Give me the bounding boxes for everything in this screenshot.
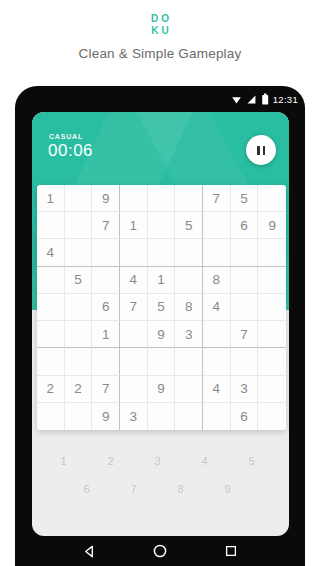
sudoku-cell-r8c7[interactable]: 4: [203, 376, 231, 403]
sudoku-cell-r9c8[interactable]: 6: [231, 403, 259, 430]
sudoku-cell-r8c5[interactable]: 9: [148, 376, 176, 403]
signal-icon: [246, 94, 257, 105]
sudoku-card: 19757156945418675841937227943936: [37, 185, 286, 430]
sudoku-cell-r4c7[interactable]: 8: [203, 267, 231, 294]
numpad-button-5[interactable]: 5: [228, 447, 275, 475]
phone-frame: 12:31 CASUAL 00:06 197571569454186758419…: [15, 86, 305, 566]
sudoku-cell-r6c8[interactable]: 7: [231, 321, 259, 348]
sudoku-cell-r3c8[interactable]: [231, 239, 259, 266]
doku-logo-line-2: KU: [1, 25, 319, 37]
sudoku-cell-r4c1[interactable]: [37, 267, 65, 294]
sudoku-cell-r5c5[interactable]: 5: [148, 294, 176, 321]
numpad-button-4[interactable]: 4: [181, 447, 228, 475]
sudoku-cell-r1c5[interactable]: [148, 185, 176, 212]
sudoku-cell-r2c6[interactable]: 5: [175, 212, 203, 239]
sudoku-cell-r4c5[interactable]: 1: [148, 267, 176, 294]
sudoku-cell-r6c1[interactable]: [37, 321, 65, 348]
sudoku-cell-r1c7[interactable]: 7: [203, 185, 231, 212]
sudoku-cell-r1c4[interactable]: [120, 185, 148, 212]
sudoku-cell-r6c6[interactable]: 3: [175, 321, 203, 348]
sudoku-cell-r1c3[interactable]: 9: [92, 185, 120, 212]
sudoku-cell-r3c4[interactable]: [120, 239, 148, 266]
sudoku-grid: 19757156945418675841937227943936: [37, 185, 286, 430]
numpad-row-2: 6 7 8 9: [32, 475, 289, 503]
status-time: 12:31: [273, 94, 298, 105]
sudoku-cell-r7c9[interactable]: [258, 348, 286, 375]
sudoku-cell-r7c7[interactable]: [203, 348, 231, 375]
difficulty-label: CASUAL: [49, 133, 83, 140]
sudoku-cell-r7c4[interactable]: [120, 348, 148, 375]
numpad-row-1: 1 2 3 4 5: [32, 447, 289, 475]
sudoku-cell-r7c6[interactable]: [175, 348, 203, 375]
numpad-button-7[interactable]: 7: [110, 475, 157, 503]
game-timer: 00:06: [48, 141, 93, 161]
sudoku-cell-r4c8[interactable]: [231, 267, 259, 294]
sudoku-cell-r2c4[interactable]: 1: [120, 212, 148, 239]
phone-screen: CASUAL 00:06 197571569454186758419372279…: [32, 112, 289, 536]
pause-icon: [257, 146, 260, 155]
sudoku-cell-r8c8[interactable]: 3: [231, 376, 259, 403]
number-pad: 1 2 3 4 5 6 7 8 9: [32, 447, 289, 503]
app-root: DO KU Clean & Simple Gameplay 12:31 CASU…: [1, 0, 319, 566]
sudoku-cell-r5c4[interactable]: 7: [120, 294, 148, 321]
sudoku-cell-r1c6[interactable]: [175, 185, 203, 212]
sudoku-cell-r8c3[interactable]: 7: [92, 376, 120, 403]
numpad-button-6[interactable]: 6: [63, 475, 110, 503]
sudoku-cell-r9c1[interactable]: [37, 403, 65, 430]
sudoku-cell-r5c9[interactable]: [258, 294, 286, 321]
sudoku-cell-r4c3[interactable]: [92, 267, 120, 294]
sudoku-cell-r1c1[interactable]: 1: [37, 185, 65, 212]
status-bar: 12:31: [231, 91, 298, 107]
sudoku-cell-r9c3[interactable]: 9: [92, 403, 120, 430]
sudoku-cell-r7c8[interactable]: [231, 348, 259, 375]
sudoku-cell-r3c6[interactable]: [175, 239, 203, 266]
sudoku-cell-r8c2[interactable]: 2: [65, 376, 93, 403]
sudoku-cell-r3c5[interactable]: [148, 239, 176, 266]
sudoku-cell-r4c4[interactable]: 4: [120, 267, 148, 294]
sudoku-cell-r8c9[interactable]: [258, 376, 286, 403]
sudoku-cell-r6c4[interactable]: [120, 321, 148, 348]
sudoku-cell-r5c2[interactable]: [65, 294, 93, 321]
numpad-button-8[interactable]: 8: [157, 475, 204, 503]
sudoku-cell-r9c7[interactable]: [203, 403, 231, 430]
sudoku-cell-r6c9[interactable]: [258, 321, 286, 348]
sudoku-cell-r4c9[interactable]: [258, 267, 286, 294]
sudoku-cell-r3c7[interactable]: [203, 239, 231, 266]
sudoku-cell-r6c2[interactable]: [65, 321, 93, 348]
sudoku-cell-r5c6[interactable]: 8: [175, 294, 203, 321]
sudoku-cell-r7c1[interactable]: [37, 348, 65, 375]
battery-icon: [261, 93, 269, 105]
sudoku-cell-r9c5[interactable]: [148, 403, 176, 430]
sudoku-cell-r7c3[interactable]: [92, 348, 120, 375]
sudoku-cell-r7c2[interactable]: [65, 348, 93, 375]
sudoku-cell-r6c5[interactable]: 9: [148, 321, 176, 348]
sudoku-cell-r5c3[interactable]: 6: [92, 294, 120, 321]
branding-header: DO KU Clean & Simple Gameplay: [1, 0, 319, 61]
sudoku-cell-r8c4[interactable]: [120, 376, 148, 403]
sudoku-cell-r6c7[interactable]: [203, 321, 231, 348]
sudoku-cell-r2c3[interactable]: 7: [92, 212, 120, 239]
sudoku-cell-r7c5[interactable]: [148, 348, 176, 375]
back-button[interactable]: [81, 543, 97, 559]
home-button[interactable]: [152, 543, 168, 559]
numpad-button-3[interactable]: 3: [134, 447, 181, 475]
sudoku-cell-r3c1[interactable]: 4: [37, 239, 65, 266]
sudoku-cell-r9c9[interactable]: [258, 403, 286, 430]
numpad-button-9[interactable]: 9: [204, 475, 251, 503]
sudoku-cell-r2c1[interactable]: [37, 212, 65, 239]
numpad-button-1[interactable]: 1: [40, 447, 87, 475]
sudoku-cell-r1c9[interactable]: [258, 185, 286, 212]
sudoku-cell-r3c2[interactable]: [65, 239, 93, 266]
sudoku-cell-r2c5[interactable]: [148, 212, 176, 239]
sudoku-cell-r5c8[interactable]: [231, 294, 259, 321]
recents-button[interactable]: [223, 543, 239, 559]
sudoku-cell-r9c6[interactable]: [175, 403, 203, 430]
sudoku-cell-r9c4[interactable]: 3: [120, 403, 148, 430]
sudoku-cell-r8c6[interactable]: [175, 376, 203, 403]
sudoku-cell-r2c8[interactable]: 6: [231, 212, 259, 239]
tagline: Clean & Simple Gameplay: [1, 46, 319, 61]
pause-icon: [263, 146, 266, 155]
doku-logo-line-1: DO: [1, 13, 319, 25]
sudoku-cell-r5c7[interactable]: 4: [203, 294, 231, 321]
sudoku-cell-r2c9[interactable]: 9: [258, 212, 286, 239]
numpad-button-2[interactable]: 2: [87, 447, 134, 475]
sudoku-cell-r2c2[interactable]: [65, 212, 93, 239]
sudoku-cell-r3c9[interactable]: [258, 239, 286, 266]
sudoku-cell-r3c3[interactable]: [92, 239, 120, 266]
wifi-icon: [231, 94, 242, 105]
sudoku-cell-r4c2[interactable]: 5: [65, 267, 93, 294]
sudoku-cell-r2c7[interactable]: [203, 212, 231, 239]
sudoku-cell-r5c1[interactable]: [37, 294, 65, 321]
sudoku-cell-r8c1[interactable]: 2: [37, 376, 65, 403]
sudoku-cell-r9c2[interactable]: [65, 403, 93, 430]
pause-button[interactable]: [246, 135, 276, 165]
sudoku-cell-r1c8[interactable]: 5: [231, 185, 259, 212]
android-nav-bar: [15, 536, 305, 566]
sudoku-cell-r6c3[interactable]: 1: [92, 321, 120, 348]
sudoku-cell-r1c2[interactable]: [65, 185, 93, 212]
sudoku-cell-r4c6[interactable]: [175, 267, 203, 294]
